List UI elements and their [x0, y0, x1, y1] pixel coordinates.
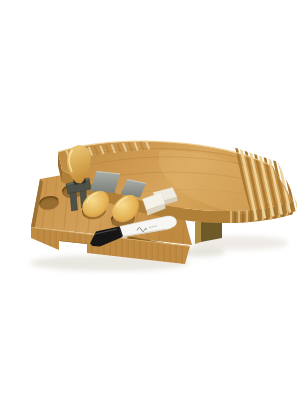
- product-photo-stage: A curved bamboo cutting board with strip…: [0, 0, 300, 400]
- cheese-board-photo: [0, 0, 300, 400]
